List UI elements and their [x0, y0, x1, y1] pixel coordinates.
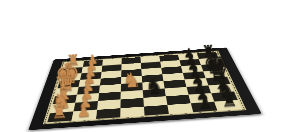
square-d4[interactable]: ♞ — [121, 83, 143, 92]
square-a4[interactable] — [120, 106, 144, 117]
square-a7[interactable]: ♟ — [191, 101, 218, 112]
piece-black-pawn[interactable]: ♟ — [197, 95, 212, 112]
piece-white-rook[interactable]: ♜ — [50, 102, 68, 122]
square-a8[interactable]: ♜ — [214, 100, 242, 111]
square-a5[interactable] — [144, 105, 169, 116]
chess-set-photo: ♜♟♟♜♟♟♝♟♟♝♚♟♟♚♛♟♞♟♛♝♟♞♟♝♞♟♟♞♜♟♟♜ — [0, 0, 290, 132]
chessboard: ♜♟♟♜♟♟♝♟♟♝♚♟♟♚♛♟♞♟♛♝♟♞♟♝♞♟♟♞♜♟♟♜ — [47, 52, 242, 122]
square-a3[interactable] — [96, 108, 121, 119]
decorative-inlay-border: ♜♟♟♜♟♟♝♟♟♝♚♟♟♚♛♟♞♟♛♝♟♞♟♝♞♟♟♞♜♟♟♜ — [43, 51, 247, 124]
piece-white-knight[interactable]: ♞ — [121, 70, 140, 91]
square-a2[interactable]: ♟ — [72, 110, 97, 121]
square-a6[interactable] — [167, 103, 193, 114]
piece-white-pawn[interactable]: ♟ — [76, 103, 91, 120]
piece-black-knight[interactable]: ♞ — [144, 75, 164, 97]
square-a1[interactable]: ♜ — [47, 111, 73, 122]
piece-black-rook[interactable]: ♜ — [220, 90, 238, 110]
